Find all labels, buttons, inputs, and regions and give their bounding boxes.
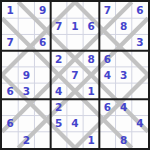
- cell-r6c2[interactable]: 3: [18, 83, 34, 99]
- cell-r6c9[interactable]: [132, 83, 148, 99]
- cell-r3c9[interactable]: 3: [132, 34, 148, 50]
- cell-r4c1[interactable]: [2, 51, 18, 67]
- cell-r2c7[interactable]: [99, 18, 115, 34]
- cell-r7c1[interactable]: [2, 99, 18, 115]
- cell-r6c4[interactable]: 4: [51, 83, 67, 99]
- cell-r8c4[interactable]: 5: [51, 116, 67, 132]
- sudoku-board: 19767168763286974363412646544218: [0, 0, 150, 150]
- cell-r2c3[interactable]: [34, 18, 50, 34]
- cell-r2c4[interactable]: 7: [51, 18, 67, 34]
- cell-r4c3[interactable]: [34, 51, 50, 67]
- cell-r7c2[interactable]: [18, 99, 34, 115]
- cell-r8c7[interactable]: [99, 116, 115, 132]
- cell-r9c2[interactable]: 2: [18, 132, 34, 148]
- cell-r8c6[interactable]: [83, 116, 99, 132]
- cell-r9c9[interactable]: [132, 132, 148, 148]
- cell-r9c7[interactable]: [99, 132, 115, 148]
- cell-r5c2[interactable]: 9: [18, 67, 34, 83]
- cell-r1c6[interactable]: [83, 2, 99, 18]
- cell-r5c4[interactable]: [51, 67, 67, 83]
- cell-r3c6[interactable]: [83, 34, 99, 50]
- cell-r4c2[interactable]: [18, 51, 34, 67]
- cell-r8c8[interactable]: [116, 116, 132, 132]
- cell-r5c1[interactable]: [2, 67, 18, 83]
- cell-r7c6[interactable]: [83, 99, 99, 115]
- cell-r7c4[interactable]: 2: [51, 99, 67, 115]
- cell-r7c8[interactable]: 4: [116, 99, 132, 115]
- cell-r6c5[interactable]: [67, 83, 83, 99]
- cell-r8c5[interactable]: 4: [67, 116, 83, 132]
- cell-r6c1[interactable]: 6: [2, 83, 18, 99]
- cell-r9c6[interactable]: 1: [83, 132, 99, 148]
- cell-r3c4[interactable]: [51, 34, 67, 50]
- cell-r1c3[interactable]: 9: [34, 2, 50, 18]
- cell-r1c4[interactable]: [51, 2, 67, 18]
- cell-r1c8[interactable]: [116, 2, 132, 18]
- cell-r2c5[interactable]: 1: [67, 18, 83, 34]
- cell-r3c1[interactable]: 7: [2, 34, 18, 50]
- cell-r8c1[interactable]: 6: [2, 116, 18, 132]
- cell-r1c9[interactable]: 6: [132, 2, 148, 18]
- cell-r3c7[interactable]: [99, 34, 115, 50]
- cell-r8c9[interactable]: 4: [132, 116, 148, 132]
- cell-r5c3[interactable]: [34, 67, 50, 83]
- cell-r2c2[interactable]: [18, 18, 34, 34]
- cell-r9c1[interactable]: [2, 132, 18, 148]
- cell-r2c9[interactable]: [132, 18, 148, 34]
- cell-r7c7[interactable]: 6: [99, 99, 115, 115]
- cell-r6c3[interactable]: [34, 83, 50, 99]
- cell-r2c6[interactable]: 6: [83, 18, 99, 34]
- cell-r4c7[interactable]: 6: [99, 51, 115, 67]
- cell-r9c8[interactable]: 8: [116, 132, 132, 148]
- cell-r9c5[interactable]: [67, 132, 83, 148]
- cell-r3c3[interactable]: 6: [34, 34, 50, 50]
- cell-r6c6[interactable]: 1: [83, 83, 99, 99]
- cell-r2c8[interactable]: 8: [116, 18, 132, 34]
- cell-r1c7[interactable]: 7: [99, 2, 115, 18]
- cell-r7c3[interactable]: [34, 99, 50, 115]
- cell-r9c4[interactable]: [51, 132, 67, 148]
- cell-r1c2[interactable]: [18, 2, 34, 18]
- cell-r7c5[interactable]: [67, 99, 83, 115]
- cell-r8c2[interactable]: [18, 116, 34, 132]
- sudoku-cell-grid: 19767168763286974363412646544218: [2, 2, 148, 148]
- cell-r5c7[interactable]: 4: [99, 67, 115, 83]
- cell-r5c6[interactable]: [83, 67, 99, 83]
- cell-r9c3[interactable]: [34, 132, 50, 148]
- cell-r4c9[interactable]: [132, 51, 148, 67]
- cell-r5c5[interactable]: 7: [67, 67, 83, 83]
- cell-r4c4[interactable]: 2: [51, 51, 67, 67]
- cell-r6c8[interactable]: [116, 83, 132, 99]
- cell-r4c5[interactable]: [67, 51, 83, 67]
- cell-r8c3[interactable]: [34, 116, 50, 132]
- cell-r1c1[interactable]: 1: [2, 2, 18, 18]
- cell-r6c7[interactable]: [99, 83, 115, 99]
- cell-r3c5[interactable]: [67, 34, 83, 50]
- cell-r4c8[interactable]: [116, 51, 132, 67]
- cell-r3c8[interactable]: [116, 34, 132, 50]
- cell-r7c9[interactable]: [132, 99, 148, 115]
- cell-r4c6[interactable]: 8: [83, 51, 99, 67]
- cell-r5c9[interactable]: [132, 67, 148, 83]
- cell-r3c2[interactable]: [18, 34, 34, 50]
- cell-r2c1[interactable]: [2, 18, 18, 34]
- cell-r1c5[interactable]: [67, 2, 83, 18]
- cell-r5c8[interactable]: 3: [116, 67, 132, 83]
